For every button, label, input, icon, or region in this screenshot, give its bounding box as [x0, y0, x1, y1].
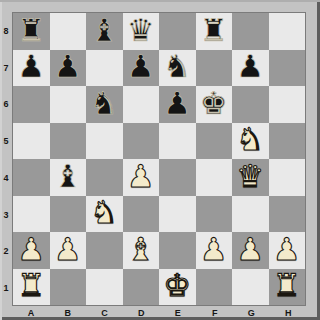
white-pawn: ♟	[127, 161, 155, 192]
square-h3[interactable]	[269, 196, 306, 233]
white-pawn: ♟	[17, 234, 45, 265]
square-c4[interactable]	[86, 159, 123, 196]
black-pawn: ♟	[236, 51, 264, 82]
square-d3[interactable]	[123, 196, 160, 233]
square-b2[interactable]: ♟	[50, 232, 87, 269]
square-d2[interactable]: ♝	[123, 232, 160, 269]
square-c6[interactable]: ♞	[86, 86, 123, 123]
black-knight: ♞	[163, 51, 191, 82]
rank-label-8: 8	[0, 13, 12, 50]
square-h8[interactable]	[269, 13, 306, 50]
square-g5[interactable]: ♞	[232, 123, 269, 160]
square-h4[interactable]	[269, 159, 306, 196]
square-c8[interactable]: ♝	[86, 13, 123, 50]
square-a8[interactable]: ♜	[13, 13, 50, 50]
white-queen: ♛	[236, 161, 264, 192]
square-c7[interactable]	[86, 50, 123, 87]
square-g7[interactable]: ♟	[232, 50, 269, 87]
square-c1[interactable]	[86, 269, 123, 306]
square-e2[interactable]	[159, 232, 196, 269]
rank-label-6: 6	[0, 86, 12, 123]
square-f1[interactable]	[196, 269, 233, 306]
black-bishop: ♝	[54, 161, 82, 192]
square-g8[interactable]	[232, 13, 269, 50]
chess-diagram: ♜♝♛♜♟♟♟♞♟♞♟♚♞♝♟♛♞♟♟♝♟♟♟♜♚♜ 87654321 ABCD…	[0, 0, 320, 320]
square-d8[interactable]: ♛	[123, 13, 160, 50]
rank-label-1: 1	[0, 270, 12, 307]
rank-label-4: 4	[0, 160, 12, 197]
file-label-b: B	[49, 307, 86, 318]
square-f4[interactable]	[196, 159, 233, 196]
square-d4[interactable]: ♟	[123, 159, 160, 196]
square-h7[interactable]	[269, 50, 306, 87]
square-h2[interactable]: ♟	[269, 232, 306, 269]
black-pawn: ♟	[163, 88, 191, 119]
rank-label-3: 3	[0, 196, 12, 233]
square-g3[interactable]	[232, 196, 269, 233]
square-a1[interactable]: ♜	[13, 269, 50, 306]
white-pawn: ♟	[273, 234, 301, 265]
white-knight: ♞	[236, 124, 264, 155]
square-a5[interactable]	[13, 123, 50, 160]
file-label-e: E	[160, 307, 197, 318]
black-queen: ♛	[127, 15, 155, 46]
square-d7[interactable]: ♟	[123, 50, 160, 87]
square-e4[interactable]	[159, 159, 196, 196]
black-rook: ♜	[200, 15, 228, 46]
square-c5[interactable]	[86, 123, 123, 160]
square-e3[interactable]	[159, 196, 196, 233]
white-rook: ♜	[17, 270, 45, 301]
square-b3[interactable]	[50, 196, 87, 233]
square-b1[interactable]	[50, 269, 87, 306]
square-f6[interactable]: ♚	[196, 86, 233, 123]
rank-label-5: 5	[0, 123, 12, 160]
white-bishop: ♝	[127, 234, 155, 265]
square-h6[interactable]	[269, 86, 306, 123]
white-pawn: ♟	[200, 234, 228, 265]
square-b4[interactable]: ♝	[50, 159, 87, 196]
black-king: ♚	[200, 88, 228, 119]
square-c2[interactable]	[86, 232, 123, 269]
square-d5[interactable]	[123, 123, 160, 160]
square-h1[interactable]: ♜	[269, 269, 306, 306]
square-a3[interactable]	[13, 196, 50, 233]
square-a2[interactable]: ♟	[13, 232, 50, 269]
white-pawn: ♟	[236, 234, 264, 265]
square-b5[interactable]	[50, 123, 87, 160]
file-label-h: H	[270, 307, 307, 318]
chess-board: ♜♝♛♜♟♟♟♞♟♞♟♚♞♝♟♛♞♟♟♝♟♟♟♜♚♜	[12, 12, 306, 306]
square-e8[interactable]	[159, 13, 196, 50]
black-pawn: ♟	[17, 51, 45, 82]
file-label-c: C	[86, 307, 123, 318]
square-b6[interactable]	[50, 86, 87, 123]
rank-label-7: 7	[0, 49, 12, 86]
square-g1[interactable]	[232, 269, 269, 306]
square-d1[interactable]	[123, 269, 160, 306]
square-e7[interactable]: ♞	[159, 50, 196, 87]
black-bishop: ♝	[90, 15, 118, 46]
square-c3[interactable]: ♞	[86, 196, 123, 233]
white-pawn: ♟	[54, 234, 82, 265]
rank-label-2: 2	[0, 233, 12, 270]
white-knight: ♞	[90, 197, 118, 228]
black-knight: ♞	[90, 88, 118, 119]
white-king: ♚	[163, 270, 191, 301]
square-b7[interactable]: ♟	[50, 50, 87, 87]
file-label-d: D	[123, 307, 160, 318]
square-g2[interactable]: ♟	[232, 232, 269, 269]
square-e1[interactable]: ♚	[159, 269, 196, 306]
square-a6[interactable]	[13, 86, 50, 123]
square-f7[interactable]	[196, 50, 233, 87]
black-rook: ♜	[17, 15, 45, 46]
square-d6[interactable]	[123, 86, 160, 123]
white-rook: ♜	[273, 270, 301, 301]
square-a4[interactable]	[13, 159, 50, 196]
square-f5[interactable]	[196, 123, 233, 160]
square-e5[interactable]	[159, 123, 196, 160]
square-a7[interactable]: ♟	[13, 50, 50, 87]
square-f8[interactable]: ♜	[196, 13, 233, 50]
square-g6[interactable]	[232, 86, 269, 123]
square-h5[interactable]	[269, 123, 306, 160]
file-label-a: A	[13, 307, 50, 318]
file-label-g: G	[233, 307, 270, 318]
square-g4[interactable]: ♛	[232, 159, 269, 196]
black-pawn: ♟	[54, 51, 82, 82]
black-pawn: ♟	[127, 51, 155, 82]
square-e6[interactable]: ♟	[159, 86, 196, 123]
file-label-f: F	[196, 307, 233, 318]
square-f3[interactable]	[196, 196, 233, 233]
square-b8[interactable]	[50, 13, 87, 50]
square-f2[interactable]: ♟	[196, 232, 233, 269]
